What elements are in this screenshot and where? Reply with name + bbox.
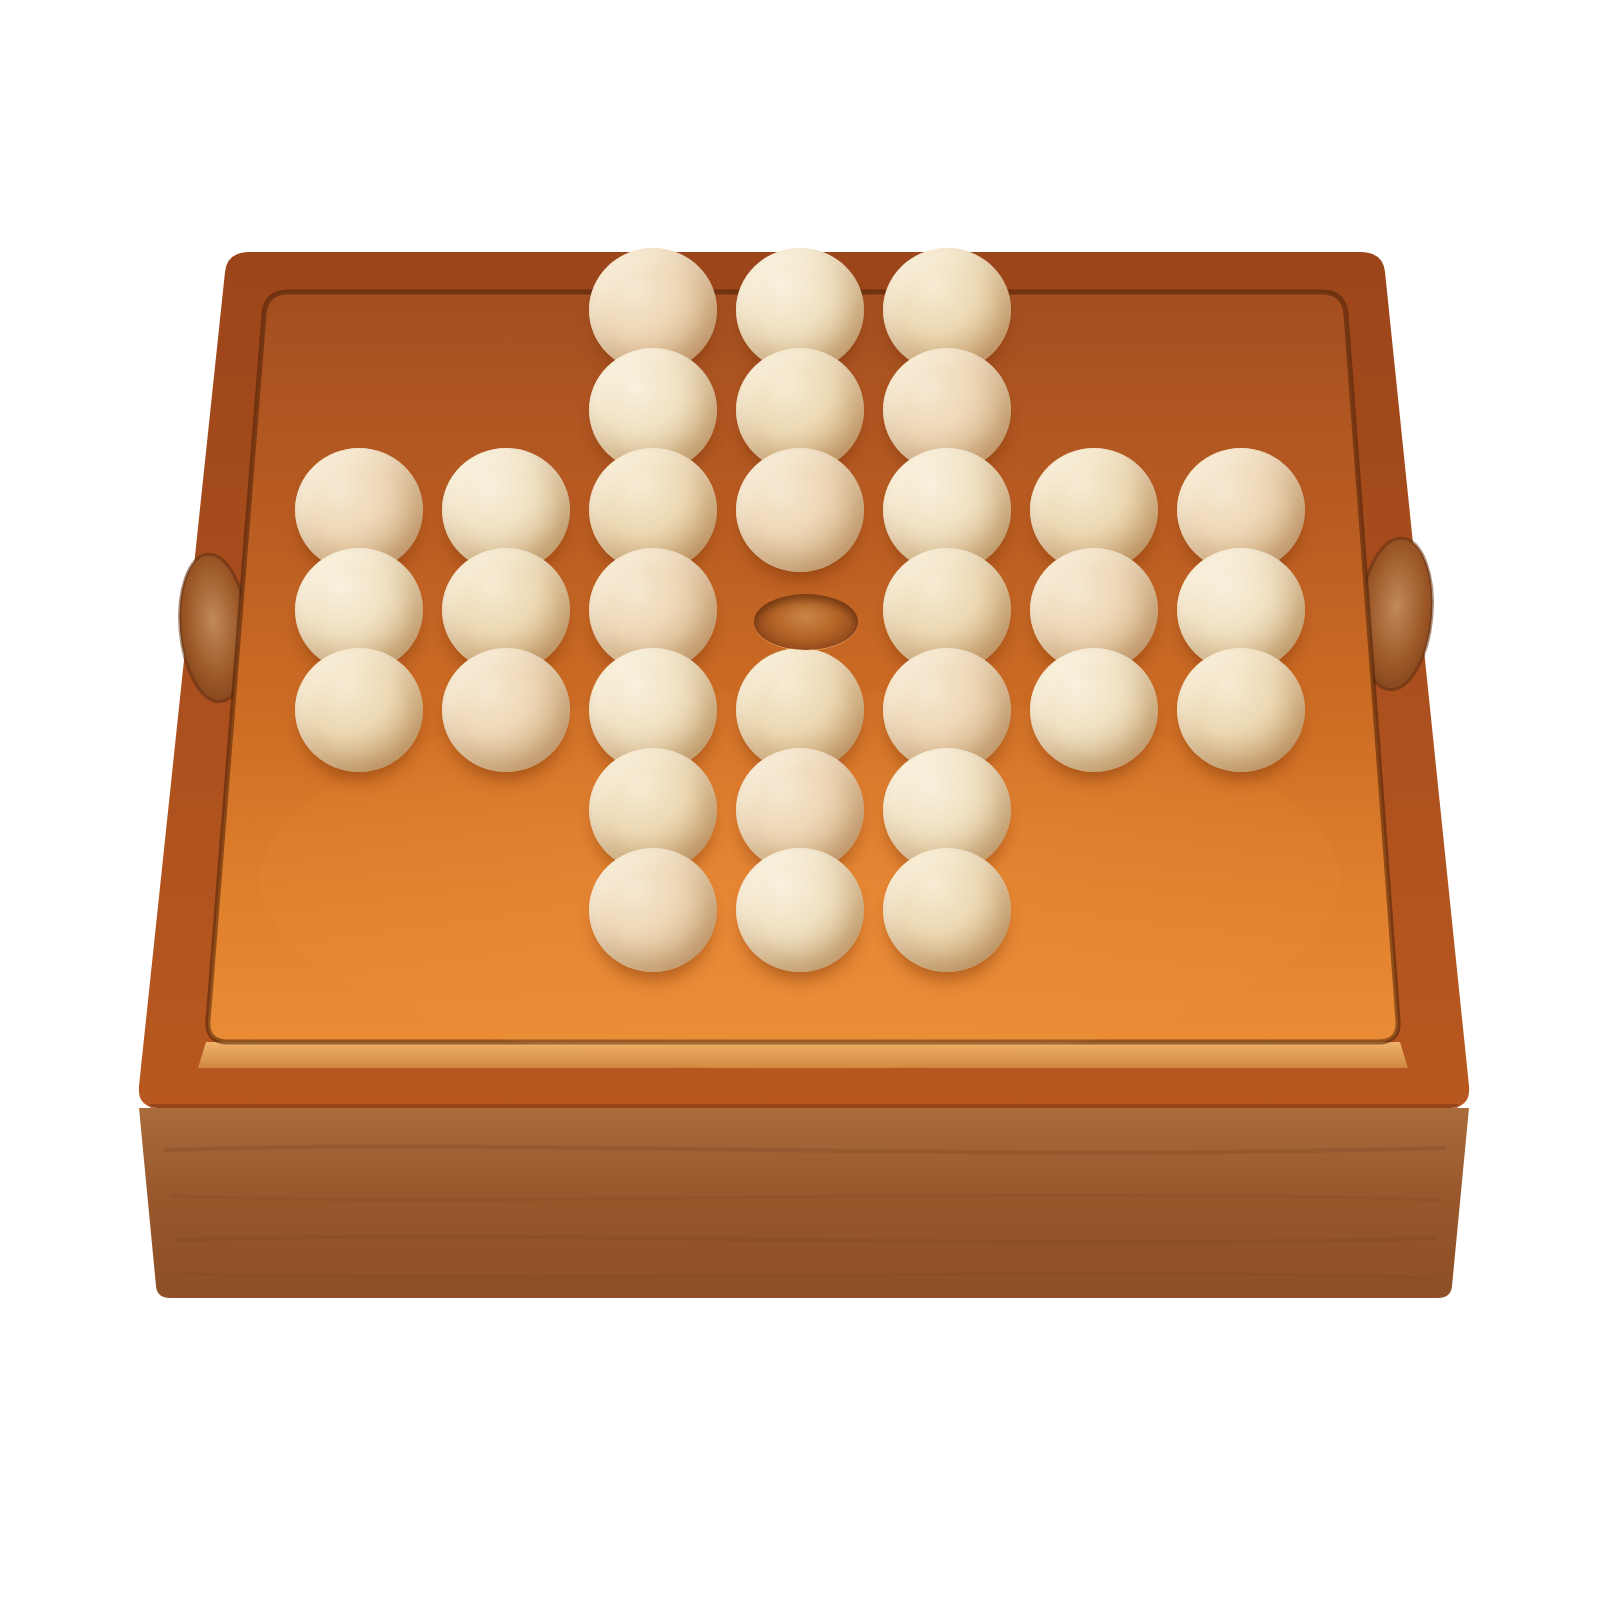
cell-r4c7[interactable] [1167, 560, 1314, 660]
cell-r1c3[interactable] [579, 260, 726, 360]
cell-r5c5[interactable] [873, 660, 1020, 760]
cell-r3c1[interactable] [285, 460, 432, 560]
cell-r3c4[interactable] [726, 460, 873, 560]
peg-ball-r5c7[interactable] [1177, 648, 1305, 772]
cell-r1c4[interactable] [726, 260, 873, 360]
cell-r7c5[interactable] [873, 860, 1020, 960]
cell-r4c6[interactable] [1020, 560, 1167, 660]
peg-ball-r3c4[interactable] [736, 448, 864, 572]
cell-r3c5[interactable] [873, 460, 1020, 560]
cell-r5c3[interactable] [579, 660, 726, 760]
cell-r7c4[interactable] [726, 860, 873, 960]
cell-r6c4[interactable] [726, 760, 873, 860]
cell-r3c7[interactable] [1167, 460, 1314, 560]
cell-r7c3[interactable] [579, 860, 726, 960]
box-front-face [139, 1108, 1469, 1298]
peg-ball-r5c2[interactable] [442, 648, 570, 772]
cell-r6c3[interactable] [579, 760, 726, 860]
empty-center-hole[interactable] [754, 594, 858, 650]
cell-r3c3[interactable] [579, 460, 726, 560]
solitaire-grid [285, 260, 1314, 960]
cell-r2c5[interactable] [873, 360, 1020, 460]
cell-r4c2[interactable] [432, 560, 579, 660]
cell-r1c5[interactable] [873, 260, 1020, 360]
cell-r5c4[interactable] [726, 660, 873, 760]
cell-r5c1[interactable] [285, 660, 432, 760]
peg-ball-r5c1[interactable] [295, 648, 423, 772]
cell-r4c5[interactable] [873, 560, 1020, 660]
peg-solitaire-photo [0, 0, 1600, 1600]
cell-r4c4[interactable] [726, 560, 873, 660]
cell-r4c1[interactable] [285, 560, 432, 660]
cell-r3c6[interactable] [1020, 460, 1167, 560]
cell-r5c2[interactable] [432, 660, 579, 760]
cell-r5c7[interactable] [1167, 660, 1314, 760]
cell-r6c5[interactable] [873, 760, 1020, 860]
cell-r3c2[interactable] [432, 460, 579, 560]
peg-ball-r7c3[interactable] [589, 848, 717, 972]
cell-r2c3[interactable] [579, 360, 726, 460]
cell-r5c6[interactable] [1020, 660, 1167, 760]
peg-ball-r7c5[interactable] [883, 848, 1011, 972]
peg-ball-r5c6[interactable] [1030, 648, 1158, 772]
peg-ball-r7c4[interactable] [736, 848, 864, 972]
cell-r2c4[interactable] [726, 360, 873, 460]
cell-r4c3[interactable] [579, 560, 726, 660]
